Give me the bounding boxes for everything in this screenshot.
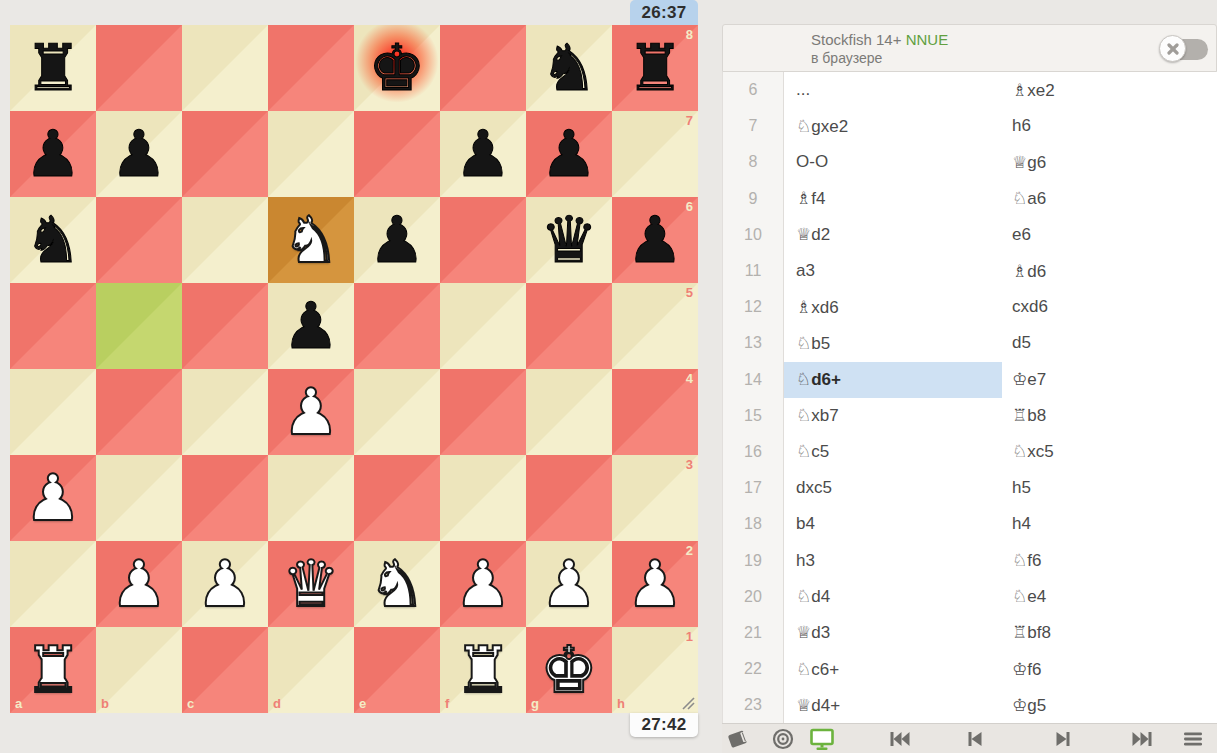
engine-nnue-badge: NNUE [906, 31, 949, 48]
rank-label-3: 3 [686, 458, 693, 471]
move-number: 18 [723, 506, 784, 542]
move-black-21[interactable]: ♖bf8 [1002, 615, 1217, 651]
analysis-panel: Stockfish 14+ NNUE в браузере 6...♗xe27♘… [722, 24, 1217, 753]
white-pawn-f2[interactable]: ♟ [454, 552, 511, 616]
square-b8[interactable] [96, 25, 182, 111]
computer-monitor-icon[interactable] [809, 727, 835, 751]
move-white-9[interactable]: ♗f4 [784, 181, 1002, 217]
square-g6[interactable]: ♛ [526, 197, 612, 283]
first-move-icon[interactable] [889, 728, 912, 750]
move-black-14[interactable]: ♔e7 [1002, 362, 1217, 398]
square-c8[interactable] [182, 25, 268, 111]
move-black-22[interactable]: ♔f6 [1002, 651, 1217, 687]
next-move-icon[interactable] [1052, 728, 1075, 750]
move-black-12[interactable]: cxd6 [1002, 289, 1217, 325]
previous-move-icon[interactable] [964, 728, 987, 750]
square-g4[interactable] [526, 369, 612, 455]
move-row-10: 10♕d2e6 [723, 217, 1217, 253]
square-f1[interactable]: ♜f [440, 627, 526, 713]
engine-subtitle: в браузере [811, 50, 1216, 66]
engine-toggle-switch[interactable] [1159, 35, 1209, 63]
black-pawn-e6[interactable]: ♟ [368, 208, 425, 272]
square-a4[interactable] [10, 369, 96, 455]
move-row-21: 21♕d3♖bf8 [723, 615, 1217, 651]
square-a8[interactable]: ♜ [10, 25, 96, 111]
white-rook-a1[interactable]: ♜ [24, 638, 81, 702]
engine-title: Stockfish 14+ NNUE [811, 31, 1216, 48]
menu-icon[interactable] [1182, 728, 1204, 750]
engine-header: Stockfish 14+ NNUE в браузере [722, 24, 1217, 72]
square-c4[interactable] [182, 369, 268, 455]
square-a6[interactable]: ♞ [10, 197, 96, 283]
engine-name: Stockfish 14+ [811, 31, 901, 48]
black-clock: 26:37 [630, 0, 698, 25]
move-black-16[interactable]: ♘xc5 [1002, 434, 1217, 470]
move-number: 15 [723, 398, 784, 434]
move-black-19[interactable]: ♘f6 [1002, 542, 1217, 578]
move-white-23[interactable]: ♕d4+ [784, 687, 1002, 723]
move-white-15[interactable]: ♘xb7 [784, 398, 1002, 434]
square-h8[interactable]: ♜8 [612, 25, 698, 111]
square-g8[interactable]: ♞ [526, 25, 612, 111]
square-f5[interactable] [440, 283, 526, 369]
square-a2[interactable] [10, 541, 96, 627]
square-h5[interactable]: 5 [612, 283, 698, 369]
move-number: 22 [723, 651, 784, 687]
file-label-b: b [101, 697, 109, 710]
move-row-22: 22♘c6+♔f6 [723, 651, 1217, 687]
move-number: 21 [723, 615, 784, 651]
square-c1[interactable]: c [182, 627, 268, 713]
square-e5[interactable] [354, 283, 440, 369]
square-a1[interactable]: ♜a [10, 627, 96, 713]
square-g3[interactable] [526, 455, 612, 541]
move-row-13: 13♘b5d5 [723, 325, 1217, 361]
move-row-9: 9♗f4♘a6 [723, 181, 1217, 217]
move-list[interactable]: 6...♗xe27♘gxe2h68O-O♕g69♗f4♘a610♕d2e611a… [722, 72, 1217, 723]
move-number: 6 [723, 72, 784, 108]
resize-handle-icon[interactable] [682, 697, 695, 710]
move-row-6: 6...♗xe2 [723, 72, 1217, 108]
square-h3[interactable]: 3 [612, 455, 698, 541]
white-pawn-h2[interactable]: ♟ [626, 552, 683, 616]
black-pawn-g7[interactable]: ♟ [540, 122, 597, 186]
black-king-e8[interactable]: ♚ [368, 36, 425, 100]
last-move-icon[interactable] [1131, 728, 1154, 750]
move-white-10[interactable]: ♕d2 [784, 217, 1002, 253]
move-number: 12 [723, 289, 784, 325]
square-e7[interactable] [354, 111, 440, 197]
file-label-g: g [531, 697, 539, 710]
move-black-6[interactable]: ♗xe2 [1002, 72, 1217, 108]
move-row-16: 16♘c5♘xc5 [723, 434, 1217, 470]
square-b1[interactable]: b [96, 627, 182, 713]
square-d6[interactable]: ♞ [268, 197, 354, 283]
move-white-21[interactable]: ♕d3 [784, 615, 1002, 651]
move-black-15[interactable]: ♖b8 [1002, 398, 1217, 434]
square-h2[interactable]: ♟2 [612, 541, 698, 627]
target-icon[interactable] [771, 727, 795, 751]
move-black-10[interactable]: e6 [1002, 217, 1217, 253]
square-b6[interactable] [96, 197, 182, 283]
square-b3[interactable] [96, 455, 182, 541]
move-number: 9 [723, 181, 784, 217]
move-row-19: 19h3♘f6 [723, 542, 1217, 578]
move-number: 10 [723, 217, 784, 253]
move-black-23[interactable]: ♔g5 [1002, 687, 1217, 723]
square-b4[interactable] [96, 369, 182, 455]
move-white-14[interactable]: ♘d6+ [784, 362, 1002, 398]
square-f6[interactable] [440, 197, 526, 283]
opening-book-icon[interactable] [726, 728, 750, 750]
move-white-16[interactable]: ♘c5 [784, 434, 1002, 470]
file-label-a: a [15, 697, 22, 710]
white-clock: 27:42 [630, 713, 698, 737]
move-number: 23 [723, 687, 784, 723]
rank-label-2: 2 [686, 544, 693, 557]
square-f4[interactable] [440, 369, 526, 455]
white-knight-e2[interactable]: ♞ [368, 552, 425, 616]
square-a7[interactable]: ♟ [10, 111, 96, 197]
square-g7[interactable]: ♟ [526, 111, 612, 197]
move-row-23: 23♕d4+♔g5 [723, 687, 1217, 723]
square-c3[interactable] [182, 455, 268, 541]
move-black-18[interactable]: h4 [1002, 506, 1217, 542]
square-d5[interactable]: ♟ [268, 283, 354, 369]
white-knight-d6[interactable]: ♞ [282, 208, 339, 272]
square-f7[interactable]: ♟ [440, 111, 526, 197]
move-white-20[interactable]: ♘d4 [784, 579, 1002, 615]
square-d7[interactable] [268, 111, 354, 197]
move-row-18: 18b4h4 [723, 506, 1217, 542]
square-c5[interactable] [182, 283, 268, 369]
move-row-7: 7♘gxe2h6 [723, 108, 1217, 144]
white-pawn-c2[interactable]: ♟ [196, 552, 253, 616]
square-c7[interactable] [182, 111, 268, 197]
move-black-20[interactable]: ♘e4 [1002, 579, 1217, 615]
square-e3[interactable] [354, 455, 440, 541]
rank-label-6: 6 [686, 200, 693, 213]
move-black-11[interactable]: ♗d6 [1002, 253, 1217, 289]
black-pawn-f7[interactable]: ♟ [454, 122, 511, 186]
rank-label-7: 7 [686, 114, 693, 127]
toggle-knob[interactable] [1159, 35, 1186, 62]
close-icon [1167, 43, 1179, 55]
move-white-17[interactable]: dxc5 [784, 470, 1002, 506]
move-number: 13 [723, 325, 784, 361]
square-b2[interactable]: ♟ [96, 541, 182, 627]
square-f2[interactable]: ♟ [440, 541, 526, 627]
move-white-12[interactable]: ♗xd6 [784, 289, 1002, 325]
square-d4[interactable]: ♟ [268, 369, 354, 455]
square-d3[interactable] [268, 455, 354, 541]
move-number: 8 [723, 144, 784, 180]
move-black-8[interactable]: ♕g6 [1002, 144, 1217, 180]
square-c2[interactable]: ♟ [182, 541, 268, 627]
file-label-h: h [617, 697, 625, 710]
move-row-15: 15♘xb7♖b8 [723, 398, 1217, 434]
move-number: 17 [723, 470, 784, 506]
move-black-17[interactable]: h5 [1002, 470, 1217, 506]
analysis-toolbar [722, 723, 1217, 753]
square-a5[interactable] [10, 283, 96, 369]
black-queen-g6[interactable]: ♛ [540, 208, 597, 272]
square-f8[interactable] [440, 25, 526, 111]
chess-board[interactable]: ♜♚♞♜8♟♟♟♟7♞♞♟♛♟6♟5♟4♟3♟♟♛♞♟♟♟2♜abcde♜f♚g… [10, 25, 698, 713]
file-label-d: d [273, 697, 281, 710]
square-a3[interactable]: ♟ [10, 455, 96, 541]
square-f3[interactable] [440, 455, 526, 541]
white-rook-f1[interactable]: ♜ [454, 638, 511, 702]
move-row-8: 8O-O♕g6 [723, 144, 1217, 180]
white-queen-d2[interactable]: ♛ [282, 552, 339, 616]
white-pawn-b2[interactable]: ♟ [110, 552, 167, 616]
square-d8[interactable] [268, 25, 354, 111]
file-label-e: e [359, 697, 366, 710]
white-pawn-g2[interactable]: ♟ [540, 552, 597, 616]
move-white-8[interactable]: O-O [784, 144, 1002, 180]
square-d1[interactable]: d [268, 627, 354, 713]
move-number: 19 [723, 542, 784, 578]
move-white-6[interactable]: ... [784, 72, 1002, 108]
square-e4[interactable] [354, 369, 440, 455]
square-c6[interactable] [182, 197, 268, 283]
move-number: 20 [723, 579, 784, 615]
black-knight-g8[interactable]: ♞ [540, 36, 597, 100]
black-rook-h8[interactable]: ♜ [626, 36, 683, 100]
white-pawn-a3[interactable]: ♟ [24, 466, 81, 530]
move-row-14: 14♘d6+♔e7 [723, 362, 1217, 398]
black-knight-a6[interactable]: ♞ [24, 208, 81, 272]
move-white-13[interactable]: ♘b5 [784, 325, 1002, 361]
move-row-11: 11a3♗d6 [723, 253, 1217, 289]
square-h7[interactable]: 7 [612, 111, 698, 197]
square-g1[interactable]: ♚g [526, 627, 612, 713]
black-pawn-b7[interactable]: ♟ [110, 122, 167, 186]
black-rook-a8[interactable]: ♜ [24, 36, 81, 100]
move-white-7[interactable]: ♘gxe2 [784, 108, 1002, 144]
square-h6[interactable]: ♟6 [612, 197, 698, 283]
file-label-f: f [445, 697, 449, 710]
square-e2[interactable]: ♞ [354, 541, 440, 627]
square-e8[interactable]: ♚ [354, 25, 440, 111]
square-e1[interactable]: e [354, 627, 440, 713]
move-white-22[interactable]: ♘c6+ [784, 651, 1002, 687]
move-white-11[interactable]: a3 [784, 253, 1002, 289]
move-black-13[interactable]: d5 [1002, 325, 1217, 361]
move-row-12: 12♗xd6cxd6 [723, 289, 1217, 325]
rank-label-5: 5 [686, 286, 693, 299]
square-g5[interactable] [526, 283, 612, 369]
rank-label-8: 8 [686, 28, 693, 41]
square-g2[interactable]: ♟ [526, 541, 612, 627]
square-b5[interactable] [96, 283, 182, 369]
move-number: 11 [723, 253, 784, 289]
move-white-19[interactable]: h3 [784, 542, 1002, 578]
move-number: 14 [723, 362, 784, 398]
white-pawn-d4[interactable]: ♟ [282, 380, 339, 444]
square-e6[interactable]: ♟ [354, 197, 440, 283]
white-king-g1[interactable]: ♚ [540, 638, 597, 702]
rank-label-1: 1 [686, 630, 693, 643]
black-pawn-h6[interactable]: ♟ [626, 208, 683, 272]
rank-label-4: 4 [686, 372, 693, 385]
move-number: 7 [723, 108, 784, 144]
move-row-20: 20♘d4♘e4 [723, 579, 1217, 615]
file-label-c: c [187, 697, 194, 710]
move-number: 16 [723, 434, 784, 470]
move-white-18[interactable]: b4 [784, 506, 1002, 542]
move-row-17: 17dxc5h5 [723, 470, 1217, 506]
square-h4[interactable]: 4 [612, 369, 698, 455]
move-black-9[interactable]: ♘a6 [1002, 181, 1217, 217]
black-pawn-a7[interactable]: ♟ [24, 122, 81, 186]
move-black-7[interactable]: h6 [1002, 108, 1217, 144]
black-pawn-d5[interactable]: ♟ [282, 294, 339, 358]
square-b7[interactable]: ♟ [96, 111, 182, 197]
square-d2[interactable]: ♛ [268, 541, 354, 627]
